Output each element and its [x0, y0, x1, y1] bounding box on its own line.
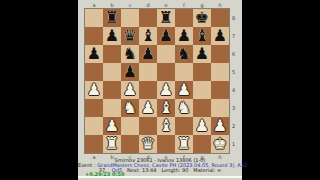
piece-black-rook[interactable]: ♜	[105, 9, 119, 27]
square-d5[interactable]	[139, 63, 157, 81]
piece-black-pawn[interactable]: ♟	[159, 27, 173, 45]
piece-white-knight[interactable]: ♞	[123, 99, 137, 117]
file-label: c	[121, 2, 139, 8]
square-f1[interactable]: ♜	[175, 135, 193, 153]
square-c5[interactable]: ♟	[121, 63, 139, 81]
chess-board[interactable]: ♜♜♚♟♛♝♟♟♝♟♟♞♟♞♟♟♟♟♟♟♞♟♝♞♟♝♟♟♜♛♜♚	[85, 9, 229, 153]
square-c4[interactable]: ♟	[121, 81, 139, 99]
next-time: Next: 13:44	[127, 168, 156, 173]
piece-white-pawn[interactable]: ♟	[141, 99, 155, 117]
piece-white-pawn[interactable]: ♟	[177, 81, 191, 99]
piece-black-pawn[interactable]: ♟	[195, 45, 209, 63]
piece-black-pawn[interactable]: ♟	[141, 45, 155, 63]
square-g7[interactable]: ♝	[193, 27, 211, 45]
square-g6[interactable]: ♟	[193, 45, 211, 63]
piece-black-pawn[interactable]: ♟	[105, 27, 119, 45]
square-g2[interactable]: ♟	[193, 117, 211, 135]
piece-black-bishop[interactable]: ♝	[141, 27, 155, 45]
square-d8[interactable]	[139, 9, 157, 27]
square-f4[interactable]: ♟	[175, 81, 193, 99]
square-b6[interactable]	[103, 45, 121, 63]
square-c6[interactable]: ♞	[121, 45, 139, 63]
square-f6[interactable]: ♞	[175, 45, 193, 63]
piece-black-queen[interactable]: ♛	[123, 27, 137, 45]
square-d2[interactable]	[139, 117, 157, 135]
piece-black-knight[interactable]: ♞	[177, 45, 191, 63]
square-g8[interactable]: ♚	[193, 9, 211, 27]
square-d4[interactable]	[139, 81, 157, 99]
square-d3[interactable]: ♟	[139, 99, 157, 117]
square-f8[interactable]	[175, 9, 193, 27]
square-e5[interactable]	[157, 63, 175, 81]
piece-black-king[interactable]: ♚	[195, 9, 209, 27]
piece-black-pawn[interactable]: ♟	[87, 45, 101, 63]
piece-black-pawn[interactable]: ♟	[213, 27, 227, 45]
rank-label: 8	[230, 9, 237, 27]
square-g3[interactable]	[193, 99, 211, 117]
piece-black-pawn[interactable]: ♟	[177, 27, 191, 45]
piece-white-pawn[interactable]: ♟	[123, 81, 137, 99]
square-b1[interactable]: ♜	[103, 135, 121, 153]
square-g5[interactable]	[193, 63, 211, 81]
square-b8[interactable]: ♜	[103, 9, 121, 27]
square-b2[interactable]: ♟	[103, 117, 121, 135]
piece-white-pawn[interactable]: ♟	[105, 117, 119, 135]
file-label: d	[139, 2, 157, 8]
piece-white-pawn[interactable]: ♟	[195, 117, 209, 135]
piece-black-bishop[interactable]: ♝	[195, 27, 209, 45]
file-label: f	[175, 2, 193, 8]
rank-label: 6	[230, 45, 237, 63]
square-a7[interactable]	[85, 27, 103, 45]
piece-white-pawn[interactable]: ♟	[87, 81, 101, 99]
square-g1[interactable]	[193, 135, 211, 153]
square-b3[interactable]	[103, 99, 121, 117]
piece-white-pawn[interactable]: ♟	[159, 81, 173, 99]
square-c3[interactable]: ♞	[121, 99, 139, 117]
square-g4[interactable]	[193, 81, 211, 99]
square-e7[interactable]: ♟	[157, 27, 175, 45]
rank-label: 5	[230, 63, 237, 81]
square-f5[interactable]	[175, 63, 193, 81]
square-c8[interactable]	[121, 9, 139, 27]
square-e3[interactable]: ♝	[157, 99, 175, 117]
rank-labels-right: 87654321	[230, 9, 237, 153]
square-a1[interactable]	[85, 135, 103, 153]
square-a8[interactable]	[85, 9, 103, 27]
rank-label: 7	[230, 27, 237, 45]
file-label: a	[85, 2, 103, 8]
game-length: Length: 90	[161, 168, 188, 173]
rank-label: 4	[230, 81, 237, 99]
piece-white-queen[interactable]: ♛	[141, 135, 155, 153]
piece-white-knight[interactable]: ♞	[177, 99, 191, 117]
chess-gui-panel: abcdefgh ♜♜♚♟♛♝♟♟♝♟♟♞♟♞♟♟♟♟♟♟♞♟♝♞♟♝♟♟♜♛♜…	[78, 0, 242, 180]
square-e8[interactable]: ♜	[157, 9, 175, 27]
square-e4[interactable]: ♟	[157, 81, 175, 99]
rank-label: 1	[230, 135, 237, 153]
square-f2[interactable]	[175, 117, 193, 135]
square-c1[interactable]	[121, 135, 139, 153]
file-label: h	[211, 2, 229, 8]
piece-white-rook[interactable]: ♜	[177, 135, 191, 153]
left-letterbox-bar	[0, 0, 78, 180]
square-h1[interactable]: ♚	[211, 135, 229, 153]
piece-white-pawn[interactable]: ♟	[213, 117, 227, 135]
square-c2[interactable]	[121, 117, 139, 135]
square-f7[interactable]: ♟	[175, 27, 193, 45]
square-h6[interactable]	[211, 45, 229, 63]
right-letterbox-bar	[242, 0, 320, 180]
square-a4[interactable]: ♟	[85, 81, 103, 99]
piece-white-bishop[interactable]: ♝	[159, 117, 173, 135]
rank-label: 3	[230, 99, 237, 117]
piece-white-bishop[interactable]: ♝	[159, 99, 173, 117]
square-b7[interactable]: ♟	[103, 27, 121, 45]
square-b4[interactable]	[103, 81, 121, 99]
piece-white-king[interactable]: ♚	[213, 135, 227, 153]
square-h4[interactable]	[211, 81, 229, 99]
square-d6[interactable]: ♟	[139, 45, 157, 63]
rank-label: 2	[230, 117, 237, 135]
piece-white-rook[interactable]: ♜	[105, 135, 119, 153]
square-h2[interactable]: ♟	[211, 117, 229, 135]
square-a2[interactable]	[85, 117, 103, 135]
square-c7[interactable]: ♛	[121, 27, 139, 45]
square-a3[interactable]	[85, 99, 103, 117]
square-e1[interactable]	[157, 135, 175, 153]
square-f3[interactable]: ♞	[175, 99, 193, 117]
bottom-divider	[78, 176, 242, 178]
square-b5[interactable]	[103, 63, 121, 81]
square-h8[interactable]	[211, 9, 229, 27]
material-balance: Material: =	[193, 168, 221, 173]
square-h7[interactable]: ♟	[211, 27, 229, 45]
square-h3[interactable]	[211, 99, 229, 117]
square-d1[interactable]: ♛	[139, 135, 157, 153]
square-d7[interactable]: ♝	[139, 27, 157, 45]
square-a6[interactable]: ♟	[85, 45, 103, 63]
square-h5[interactable]	[211, 63, 229, 81]
piece-black-knight[interactable]: ♞	[123, 45, 137, 63]
square-e2[interactable]: ♝	[157, 117, 175, 135]
square-a5[interactable]	[85, 63, 103, 81]
square-e6[interactable]	[157, 45, 175, 63]
piece-black-rook[interactable]: ♜	[159, 9, 173, 27]
piece-black-pawn[interactable]: ♟	[123, 63, 137, 81]
